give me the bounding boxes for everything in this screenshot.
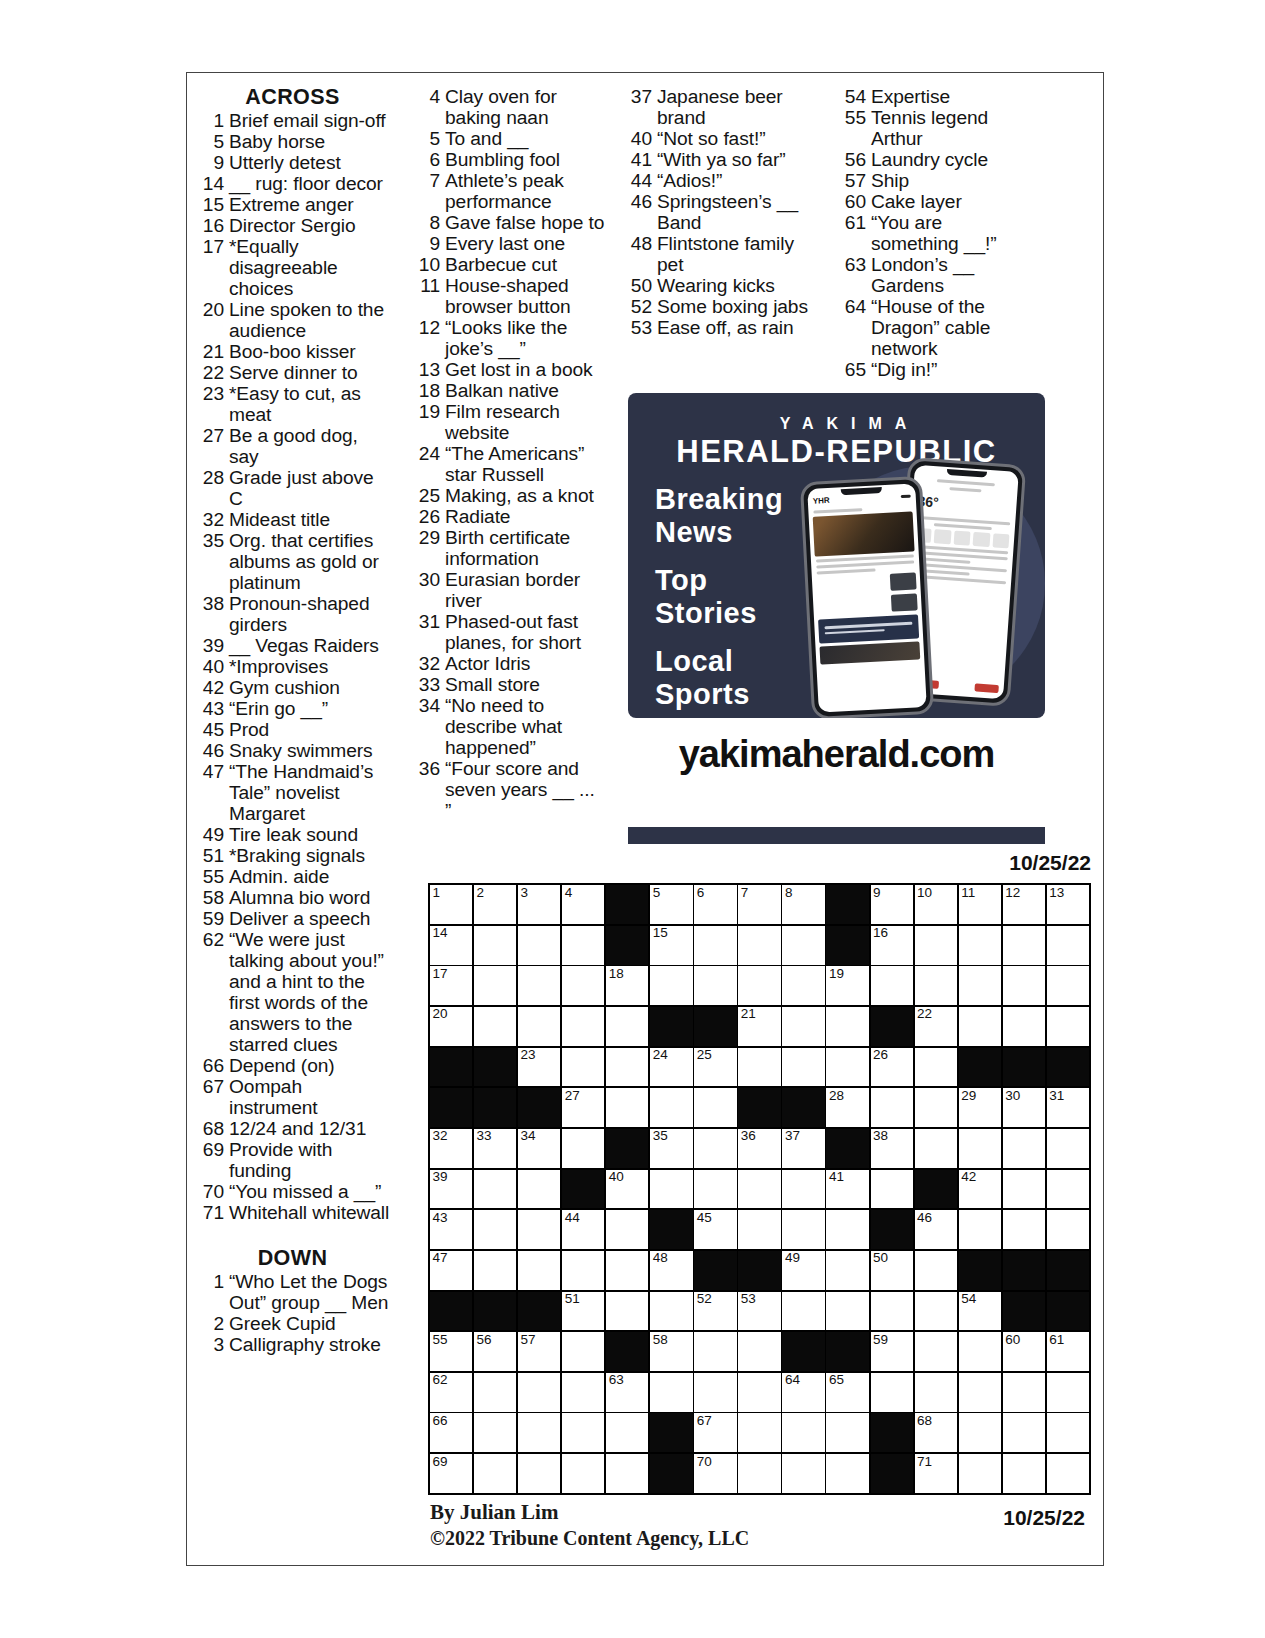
grid-cell-black — [474, 1292, 516, 1331]
grid-cell — [915, 1373, 957, 1412]
grid-cell: 31 — [1047, 1088, 1089, 1127]
grid-cell — [606, 1413, 648, 1452]
grid-cell — [915, 926, 957, 965]
clue-text: “House of the Dragon” cable network — [871, 296, 1031, 359]
clue-number: 38 — [193, 593, 224, 635]
clue-number: 53 — [621, 317, 652, 338]
cell-number: 11 — [961, 886, 975, 900]
grid-cell — [474, 1210, 516, 1249]
grid-cell — [606, 1048, 648, 1087]
grid-cell-black — [650, 1210, 692, 1249]
clue-number: 18 — [409, 380, 440, 401]
clue: 33Small store — [409, 674, 605, 695]
grid-cell — [562, 926, 604, 965]
clue: 55Admin. aide — [193, 866, 392, 887]
grid-cell — [518, 1210, 560, 1249]
clue: 14__ rug: floor decor — [193, 173, 392, 194]
cell-number: 41 — [829, 1170, 844, 1184]
clue: 1“Who Let the Dogs Out” group __ Men — [193, 1271, 392, 1313]
grid-cell — [1003, 1210, 1045, 1249]
grid-cell — [1047, 1129, 1089, 1168]
clue: 46Snaky swimmers — [193, 740, 392, 761]
down-clue-list-part2: 4Clay oven for baking naan5To and __6Bum… — [409, 86, 605, 821]
grid-cell: 57 — [518, 1332, 560, 1371]
clue-text: Birth certificate information — [445, 527, 605, 569]
grid-cell — [738, 1332, 780, 1371]
clue-number: 52 — [621, 296, 652, 317]
grid-cell — [959, 1007, 1001, 1046]
clue-number: 47 — [193, 761, 224, 824]
phone-mockup-news: YHR — [800, 476, 934, 718]
grid-cell: 15 — [650, 926, 692, 965]
divider-bar — [628, 827, 1045, 844]
clue-number: 51 — [193, 845, 224, 866]
cell-number: 30 — [1005, 1089, 1020, 1103]
grid-cell-black — [430, 1088, 472, 1127]
clue-text: Tire leak sound — [229, 824, 392, 845]
grid-cell-black — [518, 1088, 560, 1127]
grid-cell-black — [871, 1413, 913, 1452]
cell-number: 59 — [873, 1333, 888, 1347]
clue-number: 26 — [409, 506, 440, 527]
grid-cell-black — [650, 1454, 692, 1493]
clue-text: Admin. aide — [229, 866, 392, 887]
phone-screen: YHR — [807, 483, 927, 712]
cell-number: 4 — [565, 886, 573, 900]
clue-text: Org. that certifies albums as gold or pl… — [229, 530, 392, 593]
cell-number: 63 — [609, 1373, 624, 1387]
clue: 18Balkan native — [409, 380, 605, 401]
grid-cell: 37 — [782, 1129, 824, 1168]
grid-cell — [694, 1332, 736, 1371]
grid-cell — [915, 966, 957, 1005]
ad-feature-list: Breaking NewsTop StoriesLocal Sports — [655, 483, 815, 718]
clue-text: “With ya so far” — [657, 149, 817, 170]
clue-text: To and __ — [445, 128, 605, 149]
grid-cell — [562, 1048, 604, 1087]
clue-text: Eurasian border river — [445, 569, 605, 611]
clue-number: 5 — [193, 131, 224, 152]
cell-number: 32 — [433, 1129, 448, 1143]
across-clue-list: 1Brief email sign-off5Baby horse9Utterly… — [193, 110, 392, 1223]
grid-cell — [915, 1251, 957, 1290]
grid-cell: 51 — [562, 1292, 604, 1331]
grid-cell: 13 — [1047, 885, 1089, 924]
clue-text: Mideast title — [229, 509, 392, 530]
clue-text: Serve dinner to — [229, 362, 392, 383]
clue-number: 40 — [621, 128, 652, 149]
grid-cell — [826, 1292, 868, 1331]
grid-cell: 16 — [871, 926, 913, 965]
cell-number: 36 — [741, 1129, 756, 1143]
clue-text: Baby horse — [229, 131, 392, 152]
clue-text: “Who Let the Dogs Out” group __ Men — [229, 1271, 392, 1313]
down-header: DOWN — [193, 1247, 392, 1269]
grid-cell — [1047, 1007, 1089, 1046]
clue-text: Prod — [229, 719, 392, 740]
grid-cell — [562, 1373, 604, 1412]
grid-cell — [826, 1251, 868, 1290]
cell-number: 22 — [917, 1007, 932, 1021]
grid-cell: 19 — [826, 966, 868, 1005]
grid-cell — [1003, 1170, 1045, 1209]
clue: 26Radiate — [409, 506, 605, 527]
grid-cell — [518, 1454, 560, 1493]
clue-number: 27 — [193, 425, 224, 467]
clue-number: 48 — [621, 233, 652, 275]
grid-cell: 44 — [562, 1210, 604, 1249]
grid-cell-black — [1003, 1251, 1045, 1290]
cell-number: 34 — [521, 1129, 536, 1143]
clue-number: 10 — [409, 254, 440, 275]
grid-cell: 68 — [915, 1413, 957, 1452]
cell-number: 67 — [697, 1414, 712, 1428]
clue: 17*Equally disagreeable choices — [193, 236, 392, 299]
clue-text: “The Handmaid’s Tale” novelist Margaret — [229, 761, 392, 824]
clue-text: Film research website — [445, 401, 605, 443]
grid-cell: 26 — [871, 1048, 913, 1087]
clue: 7Athlete’s peak performance — [409, 170, 605, 212]
grid-cell-black — [871, 1210, 913, 1249]
grid-cell — [1047, 1170, 1089, 1209]
clue: 15Extreme anger — [193, 194, 392, 215]
grid-cell — [1003, 1129, 1045, 1168]
grid-cell — [915, 1088, 957, 1127]
grid-cell: 66 — [430, 1413, 472, 1452]
grid-cell: 3 — [518, 885, 560, 924]
cell-number: 2 — [477, 886, 485, 900]
clue: 55Tennis legend Arthur — [835, 107, 1031, 149]
clue-text: “No need to describe what happened” — [445, 695, 605, 758]
clue-number: 63 — [835, 254, 866, 296]
grid-cell — [738, 1048, 780, 1087]
clue: 70“You missed a __” — [193, 1181, 392, 1202]
clue-text: Cake layer — [871, 191, 1031, 212]
clue-number: 8 — [409, 212, 440, 233]
clue-number: 61 — [835, 212, 866, 254]
grid-cell: 52 — [694, 1292, 736, 1331]
clue: 40*Improvises — [193, 656, 392, 677]
clue-number: 33 — [409, 674, 440, 695]
grid-cell: 17 — [430, 966, 472, 1005]
grid-cell — [959, 1332, 1001, 1371]
cell-number: 26 — [873, 1048, 888, 1062]
cell-number: 70 — [697, 1455, 712, 1469]
cell-number: 10 — [917, 886, 932, 900]
down-clue-list-part3: 37Japanese beer brand40“Not so fast!”41“… — [621, 86, 817, 338]
clue-text: Utterly detest — [229, 152, 392, 173]
cell-number: 44 — [565, 1211, 580, 1225]
clue: 65“Dig in!” — [835, 359, 1031, 380]
grid-cell — [474, 966, 516, 1005]
clue-text: Calligraphy stroke — [229, 1334, 392, 1355]
news-photo — [819, 641, 920, 664]
clue-text: “We were just talking about you!” and a … — [229, 929, 392, 1055]
clue-text: Gave false hope to — [445, 212, 605, 233]
clue-text: Boo-boo kisser — [229, 341, 392, 362]
grid-cell: 49 — [782, 1251, 824, 1290]
cell-number: 13 — [1049, 886, 1064, 900]
clue-text: Radiate — [445, 506, 605, 527]
grid-cell-black — [694, 1251, 736, 1290]
grid-cell-black — [826, 885, 868, 924]
clue-text: Greek Cupid — [229, 1313, 392, 1334]
grid-cell: 27 — [562, 1088, 604, 1127]
clue: 35Org. that certifies albums as gold or … — [193, 530, 392, 593]
clue: 46Springsteen’s __ Band — [621, 191, 817, 233]
clue: 64“House of the Dragon” cable network — [835, 296, 1031, 359]
clue: 40“Not so fast!” — [621, 128, 817, 149]
grid-cell — [1003, 1454, 1045, 1493]
grid-cell — [694, 1373, 736, 1412]
clue-number: 12 — [409, 317, 440, 359]
clue: 22Serve dinner to — [193, 362, 392, 383]
grid-cell: 64 — [782, 1373, 824, 1412]
cell-number: 35 — [653, 1129, 668, 1143]
clue-text: __ Vegas Raiders — [229, 635, 392, 656]
clue-number: 5 — [409, 128, 440, 149]
clue-number: 1 — [193, 110, 224, 131]
clue: 34“No need to describe what happened” — [409, 695, 605, 758]
website-banner: yakimaherald.com — [628, 733, 1045, 776]
clue-number: 9 — [409, 233, 440, 254]
clue-number: 24 — [409, 443, 440, 485]
grid-cell — [562, 1454, 604, 1493]
clue-text: “Adios!” — [657, 170, 817, 191]
clue: 41“With ya so far” — [621, 149, 817, 170]
grid-cell — [782, 1210, 824, 1249]
grid-cell: 40 — [606, 1170, 648, 1209]
grid-cell — [871, 1088, 913, 1127]
newspaper-crossword-page: ACROSS 1Brief email sign-off5Baby horse9… — [0, 0, 1265, 1638]
grid-cell — [474, 1251, 516, 1290]
clue-number: 45 — [193, 719, 224, 740]
clues-column-2: 4Clay oven for baking naan5To and __6Bum… — [409, 86, 605, 821]
clue: 23*Easy to cut, as meat — [193, 383, 392, 425]
cell-number: 20 — [433, 1007, 448, 1021]
clue: 1Brief email sign-off — [193, 110, 392, 131]
clue-number: 13 — [409, 359, 440, 380]
grid-cell: 33 — [474, 1129, 516, 1168]
down-clue-list-part4: 54Expertise55Tennis legend Arthur56Laund… — [835, 86, 1031, 380]
grid-cell — [650, 1088, 692, 1127]
clue-number: 68 — [193, 1118, 224, 1139]
clue-text: Deliver a speech — [229, 908, 392, 929]
grid-cell: 2 — [474, 885, 516, 924]
grid-cell: 30 — [1003, 1088, 1045, 1127]
clue-number: 42 — [193, 677, 224, 698]
cell-number: 31 — [1049, 1089, 1064, 1103]
grid-cell: 53 — [738, 1292, 780, 1331]
clue-text: *Easy to cut, as meat — [229, 383, 392, 425]
grid-cell — [738, 1170, 780, 1209]
clue-number: 34 — [409, 695, 440, 758]
grid-cell-black — [738, 1088, 780, 1127]
clue-number: 25 — [409, 485, 440, 506]
clue-text: Japanese beer brand — [657, 86, 817, 128]
grid-cell — [1047, 1454, 1089, 1493]
grid-cell — [1003, 1373, 1045, 1412]
clue-number: 14 — [193, 173, 224, 194]
clue-text: Making, as a knot — [445, 485, 605, 506]
clue: 6812/24 and 12/31 — [193, 1118, 392, 1139]
clue-number: 9 — [193, 152, 224, 173]
grid-cell-black — [826, 1332, 868, 1371]
clue-number: 55 — [193, 866, 224, 887]
clue-text: Provide with funding — [229, 1139, 392, 1181]
clue-number: 59 — [193, 908, 224, 929]
grid-cell: 71 — [915, 1454, 957, 1493]
grid-cell — [826, 1454, 868, 1493]
clue: 49Tire leak sound — [193, 824, 392, 845]
grid-cell — [959, 966, 1001, 1005]
clue: 19Film research website — [409, 401, 605, 443]
grid-cell: 42 — [959, 1170, 1001, 1209]
grid-cell — [959, 1454, 1001, 1493]
clue: 69Provide with funding — [193, 1139, 392, 1181]
puzzle-date-top: 10/25/22 — [891, 851, 1091, 875]
clue-number: 2 — [193, 1313, 224, 1334]
grid-cell: 62 — [430, 1373, 472, 1412]
article-thumbnail — [890, 572, 917, 590]
clue-number: 29 — [409, 527, 440, 569]
grid-cell — [915, 1332, 957, 1371]
cell-number: 62 — [433, 1373, 448, 1387]
cell-number: 7 — [741, 886, 749, 900]
clue-number: 1 — [193, 1271, 224, 1313]
grid-cell — [650, 966, 692, 1005]
grid-cell-black — [694, 1007, 736, 1046]
grid-cell — [1003, 926, 1045, 965]
grid-cell: 25 — [694, 1048, 736, 1087]
grid-cell-black — [430, 1292, 472, 1331]
grid-cell: 12 — [1003, 885, 1045, 924]
grid-cell: 11 — [959, 885, 1001, 924]
clue: 4Clay oven for baking naan — [409, 86, 605, 128]
grid-cell — [694, 1170, 736, 1209]
cell-number: 43 — [433, 1211, 448, 1225]
grid-cell — [694, 926, 736, 965]
grid-cell — [650, 1373, 692, 1412]
grid-cell — [562, 1413, 604, 1452]
grid-cell: 55 — [430, 1332, 472, 1371]
clue-number: 15 — [193, 194, 224, 215]
grid-cell: 46 — [915, 1210, 957, 1249]
clue-text: “Not so fast!” — [657, 128, 817, 149]
cell-number: 66 — [433, 1414, 448, 1428]
grid-cell — [871, 1170, 913, 1209]
clue: 45Prod — [193, 719, 392, 740]
clue-number: 71 — [193, 1202, 224, 1223]
grid-cell — [562, 1332, 604, 1371]
grid-cell: 41 — [826, 1170, 868, 1209]
clue: 25Making, as a knot — [409, 485, 605, 506]
clue-number: 55 — [835, 107, 866, 149]
grid-cell — [562, 1251, 604, 1290]
grid-cell — [959, 1373, 1001, 1412]
clue: 29Birth certificate information — [409, 527, 605, 569]
grid-cell: 34 — [518, 1129, 560, 1168]
clue-text: Expertise — [871, 86, 1031, 107]
grid-cell-black — [474, 1088, 516, 1127]
grid-cell — [518, 1007, 560, 1046]
clue-text: Balkan native — [445, 380, 605, 401]
cell-number: 61 — [1049, 1333, 1064, 1347]
ad-feature-line: Top Stories — [655, 564, 815, 630]
grid-cell: 54 — [959, 1292, 1001, 1331]
clue: 54Expertise — [835, 86, 1031, 107]
cell-number: 45 — [697, 1211, 712, 1225]
clue-number: 65 — [835, 359, 866, 380]
cell-number: 5 — [653, 886, 661, 900]
cell-number: 14 — [433, 926, 448, 940]
clue-text: “Erin go __” — [229, 698, 392, 719]
cell-number: 6 — [697, 886, 705, 900]
cell-number: 28 — [829, 1089, 844, 1103]
grid-cell-black — [871, 1007, 913, 1046]
cell-number: 54 — [961, 1292, 976, 1306]
clue-number: 4 — [409, 86, 440, 128]
cell-number: 23 — [521, 1048, 536, 1062]
clue-text: Depend (on) — [229, 1055, 392, 1076]
grid-cell — [518, 1413, 560, 1452]
clue-text: Athlete’s peak performance — [445, 170, 605, 212]
clue-text: London’s __ Gardens — [871, 254, 1031, 296]
grid-cell: 43 — [430, 1210, 472, 1249]
grid-cell — [518, 1251, 560, 1290]
grid-cell-black — [1003, 1292, 1045, 1331]
clue: 59Deliver a speech — [193, 908, 392, 929]
grid-cell-black — [915, 1170, 957, 1209]
grid-cell-black — [430, 1048, 472, 1087]
clue: 9Every last one — [409, 233, 605, 254]
clue-text: “The Americans” star Russell — [445, 443, 605, 485]
cell-number: 53 — [741, 1292, 756, 1306]
clue: 62“We were just talking about you!” and … — [193, 929, 392, 1055]
article-thumbnail — [891, 593, 918, 611]
clue: 71Whitehall whitewall — [193, 1202, 392, 1223]
grid-cell — [782, 1007, 824, 1046]
grid-cell: 59 — [871, 1332, 913, 1371]
grid-cell — [782, 966, 824, 1005]
news-photo — [813, 511, 915, 556]
clue-text: “Dig in!” — [871, 359, 1031, 380]
clue-text: Brief email sign-off — [229, 110, 392, 131]
cell-number: 57 — [521, 1333, 536, 1347]
clue-text: “You missed a __” — [229, 1181, 392, 1202]
grid-cell — [1047, 926, 1089, 965]
grid-cell — [738, 1454, 780, 1493]
grid-cell: 35 — [650, 1129, 692, 1168]
grid-cell — [518, 1170, 560, 1209]
grid-cell — [738, 926, 780, 965]
grid-cell — [826, 1007, 868, 1046]
clue-number: 39 — [193, 635, 224, 656]
grid-cell — [782, 1292, 824, 1331]
cell-number: 24 — [653, 1048, 668, 1062]
cell-number: 64 — [785, 1373, 800, 1387]
down-clue-list-part1: 1“Who Let the Dogs Out” group __ Men2Gre… — [193, 1271, 392, 1355]
clue-number: 11 — [409, 275, 440, 317]
grid-cell-black — [606, 1129, 648, 1168]
grid-cell — [738, 1210, 780, 1249]
clue: 32Actor Idris — [409, 653, 605, 674]
promo-block — [818, 614, 919, 643]
grid-cell: 8 — [782, 885, 824, 924]
clue-text: Every last one — [445, 233, 605, 254]
cell-number: 29 — [961, 1089, 976, 1103]
cell-number: 50 — [873, 1251, 888, 1265]
